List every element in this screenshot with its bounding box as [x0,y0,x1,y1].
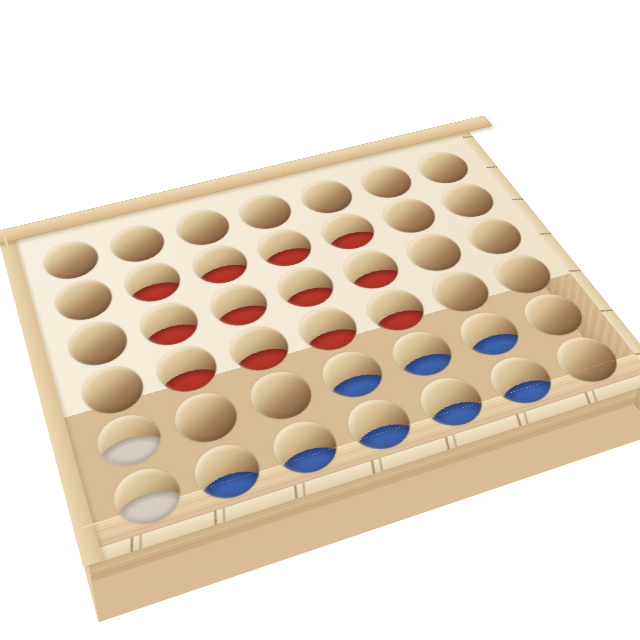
hole-r3-c6-empty [399,229,470,276]
hole-r3-c7-empty [459,214,530,259]
hole-r4-c6-empty [424,267,498,318]
hole-r1-c5-empty [295,176,360,218]
hole-r4-c4-red [292,302,366,356]
hole-r5-c7-empty [515,289,593,342]
product-photo-stage [0,0,640,640]
hole-r5-c5-blue [384,326,462,383]
hole-r5-c1-bag [91,408,168,474]
hole-r3-c4-red [271,262,342,312]
hole-r5-c2-empty [168,387,245,450]
board-top-surface [4,129,640,566]
hole-r1-c7-empty [411,148,476,188]
hole-r1-c2-empty [106,221,171,267]
hole-r2-c5-red [314,210,382,255]
hole-r3-c1-empty [63,316,133,372]
hole-r2-c6-empty [375,194,443,238]
hole-r4-c1-empty [76,360,149,420]
hole-r2-c1-empty [50,275,117,326]
connect-four-box [9,155,640,595]
hole-r3-c5-red [336,246,407,294]
hole-r1-c1-empty [39,237,103,285]
hole-r3-c2-red [135,297,205,351]
hole-r4-c7-empty [486,250,560,299]
hole-r2-c2-red [120,258,187,308]
hole-r5-c4-blue [314,346,392,405]
hole-r5-c6-blue [450,307,528,362]
hole-r1-c6-empty [354,162,419,203]
connect-four-scene [45,128,585,538]
hole-r5-c3-empty [243,366,321,427]
hole-r1-c4-empty [234,191,299,234]
hole-r4-c2-red [151,340,225,398]
hole-r2-c3-red [187,241,255,289]
hole-r2-c4-red [252,225,320,272]
hole-r4-c3-red [223,321,297,377]
hole-r4-c5-red [359,284,433,336]
hole-r2-c7-empty [434,180,502,222]
hole-r3-c3-red [204,280,275,332]
hole-r1-c3-empty [171,206,236,251]
